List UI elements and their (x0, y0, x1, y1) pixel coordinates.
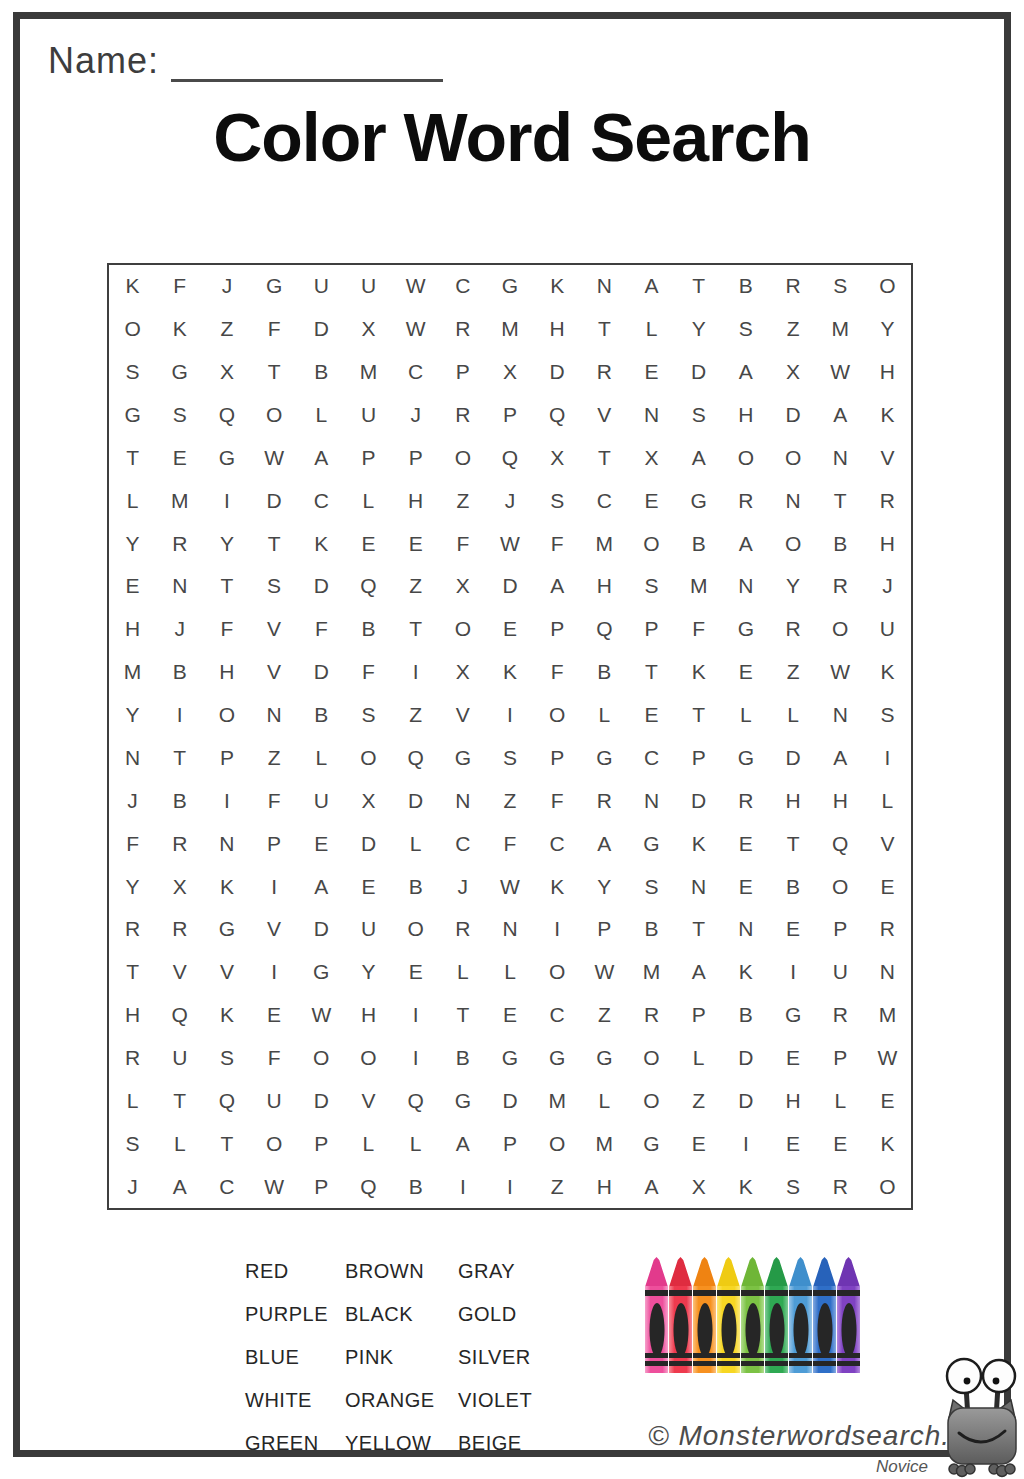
grid-cell-r22c5[interactable]: P (298, 1165, 345, 1208)
grid-cell-r9c13[interactable]: F (675, 608, 722, 651)
grid-cell-r3c4[interactable]: T (251, 351, 298, 394)
grid-cell-r6c16[interactable]: T (817, 479, 864, 522)
grid-cell-r19c4[interactable]: F (251, 1037, 298, 1080)
grid-cell-r6c7[interactable]: H (392, 479, 439, 522)
grid-cell-r18c9[interactable]: E (486, 994, 533, 1037)
grid-cell-r16c11[interactable]: P (581, 908, 628, 951)
grid-cell-r21c15[interactable]: E (769, 1122, 816, 1165)
grid-cell-r10c4[interactable]: V (251, 651, 298, 694)
grid-cell-r22c4[interactable]: W (251, 1165, 298, 1208)
grid-cell-r8c15[interactable]: Y (769, 565, 816, 608)
grid-cell-r16c7[interactable]: O (392, 908, 439, 951)
grid-cell-r11c15[interactable]: L (769, 694, 816, 737)
grid-cell-r21c8[interactable]: A (439, 1122, 486, 1165)
grid-cell-r5c3[interactable]: G (203, 436, 250, 479)
grid-cell-r11c8[interactable]: V (439, 694, 486, 737)
grid-cell-r17c17[interactable]: N (864, 951, 911, 994)
grid-cell-r14c12[interactable]: G (628, 822, 675, 865)
grid-cell-r14c13[interactable]: K (675, 822, 722, 865)
grid-cell-r17c12[interactable]: M (628, 951, 675, 994)
grid-cell-r18c10[interactable]: C (534, 994, 581, 1037)
grid-cell-r5c6[interactable]: P (345, 436, 392, 479)
grid-cell-r18c1[interactable]: H (109, 994, 156, 1037)
grid-cell-r18c8[interactable]: T (439, 994, 486, 1037)
grid-cell-r16c2[interactable]: R (156, 908, 203, 951)
grid-cell-r11c10[interactable]: O (534, 694, 581, 737)
grid-cell-r7c9[interactable]: W (486, 522, 533, 565)
grid-cell-r17c3[interactable]: V (203, 951, 250, 994)
grid-cell-r17c5[interactable]: G (298, 951, 345, 994)
grid-cell-r4c7[interactable]: J (392, 394, 439, 437)
grid-cell-r19c15[interactable]: E (769, 1037, 816, 1080)
grid-cell-r21c9[interactable]: P (486, 1122, 533, 1165)
grid-cell-r3c5[interactable]: B (298, 351, 345, 394)
grid-cell-r19c8[interactable]: B (439, 1037, 486, 1080)
grid-cell-r1c17[interactable]: O (864, 265, 911, 308)
grid-cell-r3c3[interactable]: X (203, 351, 250, 394)
grid-cell-r11c13[interactable]: T (675, 694, 722, 737)
grid-cell-r3c11[interactable]: R (581, 351, 628, 394)
grid-cell-r15c12[interactable]: S (628, 865, 675, 908)
grid-cell-r16c10[interactable]: I (534, 908, 581, 951)
grid-cell-r7c7[interactable]: E (392, 522, 439, 565)
grid-cell-r21c4[interactable]: O (251, 1122, 298, 1165)
grid-cell-r2c9[interactable]: M (486, 308, 533, 351)
grid-cell-r8c14[interactable]: N (722, 565, 769, 608)
grid-cell-r6c17[interactable]: R (864, 479, 911, 522)
grid-cell-r18c17[interactable]: M (864, 994, 911, 1037)
grid-cell-r11c16[interactable]: N (817, 694, 864, 737)
grid-cell-r12c4[interactable]: Z (251, 736, 298, 779)
grid-cell-r7c3[interactable]: Y (203, 522, 250, 565)
grid-cell-r13c2[interactable]: B (156, 779, 203, 822)
grid-cell-r15c3[interactable]: K (203, 865, 250, 908)
grid-cell-r15c1[interactable]: Y (109, 865, 156, 908)
grid-cell-r15c2[interactable]: X (156, 865, 203, 908)
grid-cell-r15c5[interactable]: A (298, 865, 345, 908)
grid-cell-r1c1[interactable]: K (109, 265, 156, 308)
grid-cell-r12c11[interactable]: G (581, 736, 628, 779)
grid-cell-r3c1[interactable]: S (109, 351, 156, 394)
grid-cell-r11c9[interactable]: I (486, 694, 533, 737)
grid-cell-r2c3[interactable]: Z (203, 308, 250, 351)
grid-cell-r20c14[interactable]: D (722, 1079, 769, 1122)
grid-cell-r4c11[interactable]: V (581, 394, 628, 437)
grid-cell-r16c8[interactable]: R (439, 908, 486, 951)
grid-cell-r8c2[interactable]: N (156, 565, 203, 608)
grid-cell-r20c6[interactable]: V (345, 1079, 392, 1122)
grid-cell-r1c7[interactable]: W (392, 265, 439, 308)
grid-cell-r5c4[interactable]: W (251, 436, 298, 479)
grid-cell-r19c2[interactable]: U (156, 1037, 203, 1080)
grid-cell-r6c1[interactable]: L (109, 479, 156, 522)
grid-cell-r4c12[interactable]: N (628, 394, 675, 437)
grid-cell-r20c7[interactable]: Q (392, 1079, 439, 1122)
grid-cell-r14c1[interactable]: F (109, 822, 156, 865)
grid-cell-r19c11[interactable]: G (581, 1037, 628, 1080)
grid-cell-r15c11[interactable]: Y (581, 865, 628, 908)
grid-cell-r17c9[interactable]: L (486, 951, 533, 994)
grid-cell-r13c9[interactable]: Z (486, 779, 533, 822)
grid-cell-r6c4[interactable]: D (251, 479, 298, 522)
grid-cell-r19c3[interactable]: S (203, 1037, 250, 1080)
grid-cell-r2c12[interactable]: L (628, 308, 675, 351)
grid-cell-r4c13[interactable]: S (675, 394, 722, 437)
grid-cell-r14c8[interactable]: C (439, 822, 486, 865)
grid-cell-r19c16[interactable]: P (817, 1037, 864, 1080)
grid-cell-r3c9[interactable]: X (486, 351, 533, 394)
grid-cell-r2c10[interactable]: H (534, 308, 581, 351)
grid-cell-r21c13[interactable]: E (675, 1122, 722, 1165)
grid-cell-r16c6[interactable]: U (345, 908, 392, 951)
grid-cell-r14c17[interactable]: V (864, 822, 911, 865)
grid-cell-r9c16[interactable]: O (817, 608, 864, 651)
grid-cell-r11c14[interactable]: L (722, 694, 769, 737)
grid-cell-r9c10[interactable]: P (534, 608, 581, 651)
grid-cell-r21c6[interactable]: L (345, 1122, 392, 1165)
grid-cell-r10c10[interactable]: F (534, 651, 581, 694)
grid-cell-r8c7[interactable]: Z (392, 565, 439, 608)
grid-cell-r10c13[interactable]: K (675, 651, 722, 694)
grid-cell-r13c1[interactable]: J (109, 779, 156, 822)
grid-cell-r11c17[interactable]: S (864, 694, 911, 737)
grid-cell-r18c7[interactable]: I (392, 994, 439, 1037)
grid-cell-r2c11[interactable]: T (581, 308, 628, 351)
grid-cell-r14c3[interactable]: N (203, 822, 250, 865)
grid-cell-r14c15[interactable]: T (769, 822, 816, 865)
grid-cell-r3c10[interactable]: D (534, 351, 581, 394)
grid-cell-r12c8[interactable]: G (439, 736, 486, 779)
grid-cell-r7c8[interactable]: F (439, 522, 486, 565)
grid-cell-r10c1[interactable]: M (109, 651, 156, 694)
grid-cell-r22c2[interactable]: A (156, 1165, 203, 1208)
grid-cell-r20c13[interactable]: Z (675, 1079, 722, 1122)
grid-cell-r20c17[interactable]: E (864, 1079, 911, 1122)
grid-cell-r9c12[interactable]: P (628, 608, 675, 651)
grid-cell-r20c10[interactable]: M (534, 1079, 581, 1122)
grid-cell-r5c14[interactable]: O (722, 436, 769, 479)
grid-cell-r20c1[interactable]: L (109, 1079, 156, 1122)
grid-cell-r14c2[interactable]: R (156, 822, 203, 865)
grid-cell-r1c10[interactable]: K (534, 265, 581, 308)
grid-cell-r1c11[interactable]: N (581, 265, 628, 308)
grid-cell-r17c16[interactable]: U (817, 951, 864, 994)
grid-cell-r5c2[interactable]: E (156, 436, 203, 479)
grid-cell-r2c14[interactable]: S (722, 308, 769, 351)
grid-cell-r22c17[interactable]: O (864, 1165, 911, 1208)
grid-cell-r1c16[interactable]: S (817, 265, 864, 308)
grid-cell-r4c10[interactable]: Q (534, 394, 581, 437)
grid-cell-r2c13[interactable]: Y (675, 308, 722, 351)
grid-cell-r15c15[interactable]: B (769, 865, 816, 908)
grid-cell-r11c5[interactable]: B (298, 694, 345, 737)
grid-cell-r6c6[interactable]: L (345, 479, 392, 522)
grid-cell-r17c2[interactable]: V (156, 951, 203, 994)
grid-cell-r20c15[interactable]: H (769, 1079, 816, 1122)
grid-cell-r15c7[interactable]: B (392, 865, 439, 908)
grid-cell-r6c11[interactable]: C (581, 479, 628, 522)
grid-cell-r22c15[interactable]: S (769, 1165, 816, 1208)
grid-cell-r9c17[interactable]: U (864, 608, 911, 651)
grid-cell-r5c7[interactable]: P (392, 436, 439, 479)
grid-cell-r4c6[interactable]: U (345, 394, 392, 437)
grid-cell-r6c8[interactable]: Z (439, 479, 486, 522)
grid-cell-r13c15[interactable]: H (769, 779, 816, 822)
grid-cell-r13c17[interactable]: L (864, 779, 911, 822)
grid-cell-r15c8[interactable]: J (439, 865, 486, 908)
grid-cell-r10c14[interactable]: E (722, 651, 769, 694)
grid-cell-r22c16[interactable]: R (817, 1165, 864, 1208)
grid-cell-r3c6[interactable]: M (345, 351, 392, 394)
grid-cell-r18c4[interactable]: E (251, 994, 298, 1037)
grid-cell-r16c15[interactable]: E (769, 908, 816, 951)
grid-cell-r19c13[interactable]: L (675, 1037, 722, 1080)
grid-cell-r2c4[interactable]: F (251, 308, 298, 351)
grid-cell-r17c8[interactable]: L (439, 951, 486, 994)
grid-cell-r14c9[interactable]: F (486, 822, 533, 865)
grid-cell-r20c12[interactable]: O (628, 1079, 675, 1122)
grid-cell-r17c7[interactable]: E (392, 951, 439, 994)
grid-cell-r9c6[interactable]: B (345, 608, 392, 651)
grid-cell-r5c16[interactable]: N (817, 436, 864, 479)
grid-cell-r11c11[interactable]: L (581, 694, 628, 737)
grid-cell-r10c7[interactable]: I (392, 651, 439, 694)
grid-cell-r16c1[interactable]: R (109, 908, 156, 951)
grid-cell-r7c12[interactable]: O (628, 522, 675, 565)
grid-cell-r8c9[interactable]: D (486, 565, 533, 608)
grid-cell-r12c17[interactable]: I (864, 736, 911, 779)
grid-cell-r19c17[interactable]: W (864, 1037, 911, 1080)
grid-cell-r6c10[interactable]: S (534, 479, 581, 522)
grid-cell-r9c1[interactable]: H (109, 608, 156, 651)
grid-cell-r19c6[interactable]: O (345, 1037, 392, 1080)
grid-cell-r10c5[interactable]: D (298, 651, 345, 694)
grid-cell-r3c7[interactable]: C (392, 351, 439, 394)
grid-cell-r21c3[interactable]: T (203, 1122, 250, 1165)
grid-cell-r8c17[interactable]: J (864, 565, 911, 608)
grid-cell-r20c5[interactable]: D (298, 1079, 345, 1122)
name-input-line[interactable] (171, 41, 443, 82)
grid-cell-r14c10[interactable]: C (534, 822, 581, 865)
grid-cell-r8c16[interactable]: R (817, 565, 864, 608)
grid-cell-r16c12[interactable]: B (628, 908, 675, 951)
grid-cell-r3c17[interactable]: H (864, 351, 911, 394)
grid-cell-r7c5[interactable]: K (298, 522, 345, 565)
grid-cell-r8c5[interactable]: D (298, 565, 345, 608)
grid-cell-r5c10[interactable]: X (534, 436, 581, 479)
grid-cell-r19c9[interactable]: G (486, 1037, 533, 1080)
grid-cell-r16c13[interactable]: T (675, 908, 722, 951)
grid-cell-r6c5[interactable]: C (298, 479, 345, 522)
grid-cell-r13c14[interactable]: R (722, 779, 769, 822)
grid-cell-r5c12[interactable]: X (628, 436, 675, 479)
grid-cell-r13c16[interactable]: H (817, 779, 864, 822)
grid-cell-r1c14[interactable]: B (722, 265, 769, 308)
grid-cell-r17c10[interactable]: O (534, 951, 581, 994)
grid-cell-r4c3[interactable]: Q (203, 394, 250, 437)
grid-cell-r5c17[interactable]: V (864, 436, 911, 479)
grid-cell-r7c13[interactable]: B (675, 522, 722, 565)
grid-cell-r1c5[interactable]: U (298, 265, 345, 308)
grid-cell-r22c3[interactable]: C (203, 1165, 250, 1208)
grid-cell-r7c1[interactable]: Y (109, 522, 156, 565)
grid-cell-r10c9[interactable]: K (486, 651, 533, 694)
grid-cell-r11c12[interactable]: E (628, 694, 675, 737)
grid-cell-r5c1[interactable]: T (109, 436, 156, 479)
grid-cell-r16c4[interactable]: V (251, 908, 298, 951)
grid-cell-r17c11[interactable]: W (581, 951, 628, 994)
grid-cell-r17c14[interactable]: K (722, 951, 769, 994)
grid-cell-r12c7[interactable]: Q (392, 736, 439, 779)
grid-cell-r18c2[interactable]: Q (156, 994, 203, 1037)
grid-cell-r1c2[interactable]: F (156, 265, 203, 308)
grid-cell-r8c6[interactable]: Q (345, 565, 392, 608)
grid-cell-r2c15[interactable]: Z (769, 308, 816, 351)
grid-cell-r14c4[interactable]: P (251, 822, 298, 865)
grid-cell-r19c5[interactable]: O (298, 1037, 345, 1080)
grid-cell-r9c5[interactable]: F (298, 608, 345, 651)
grid-cell-r11c3[interactable]: O (203, 694, 250, 737)
grid-cell-r7c17[interactable]: H (864, 522, 911, 565)
grid-cell-r1c9[interactable]: G (486, 265, 533, 308)
grid-cell-r10c17[interactable]: K (864, 651, 911, 694)
grid-cell-r20c16[interactable]: L (817, 1079, 864, 1122)
grid-cell-r1c6[interactable]: U (345, 265, 392, 308)
grid-cell-r20c11[interactable]: L (581, 1079, 628, 1122)
grid-cell-r14c7[interactable]: L (392, 822, 439, 865)
grid-cell-r3c8[interactable]: P (439, 351, 486, 394)
grid-cell-r12c10[interactable]: P (534, 736, 581, 779)
grid-cell-r21c5[interactable]: P (298, 1122, 345, 1165)
grid-cell-r4c17[interactable]: K (864, 394, 911, 437)
grid-cell-r11c7[interactable]: Z (392, 694, 439, 737)
grid-cell-r15c16[interactable]: O (817, 865, 864, 908)
grid-cell-r5c8[interactable]: O (439, 436, 486, 479)
grid-cell-r1c3[interactable]: J (203, 265, 250, 308)
grid-cell-r12c13[interactable]: P (675, 736, 722, 779)
grid-cell-r10c12[interactable]: T (628, 651, 675, 694)
grid-cell-r14c16[interactable]: Q (817, 822, 864, 865)
grid-cell-r9c9[interactable]: E (486, 608, 533, 651)
grid-cell-r16c5[interactable]: D (298, 908, 345, 951)
grid-cell-r15c10[interactable]: K (534, 865, 581, 908)
grid-cell-r3c2[interactable]: G (156, 351, 203, 394)
grid-cell-r16c16[interactable]: P (817, 908, 864, 951)
grid-cell-r19c10[interactable]: G (534, 1037, 581, 1080)
grid-cell-r7c16[interactable]: B (817, 522, 864, 565)
grid-cell-r12c14[interactable]: G (722, 736, 769, 779)
grid-cell-r16c17[interactable]: R (864, 908, 911, 951)
grid-cell-r8c10[interactable]: A (534, 565, 581, 608)
grid-cell-r4c1[interactable]: G (109, 394, 156, 437)
grid-cell-r9c2[interactable]: J (156, 608, 203, 651)
grid-cell-r5c5[interactable]: A (298, 436, 345, 479)
grid-cell-r1c13[interactable]: T (675, 265, 722, 308)
grid-cell-r13c12[interactable]: N (628, 779, 675, 822)
grid-cell-r12c6[interactable]: O (345, 736, 392, 779)
grid-cell-r7c15[interactable]: O (769, 522, 816, 565)
grid-cell-r2c2[interactable]: K (156, 308, 203, 351)
grid-cell-r6c9[interactable]: J (486, 479, 533, 522)
grid-cell-r7c2[interactable]: R (156, 522, 203, 565)
grid-cell-r20c3[interactable]: Q (203, 1079, 250, 1122)
grid-cell-r8c4[interactable]: S (251, 565, 298, 608)
grid-cell-r11c4[interactable]: N (251, 694, 298, 737)
grid-cell-r4c8[interactable]: R (439, 394, 486, 437)
grid-cell-r22c9[interactable]: I (486, 1165, 533, 1208)
grid-cell-r18c16[interactable]: R (817, 994, 864, 1037)
grid-cell-r1c15[interactable]: R (769, 265, 816, 308)
grid-cell-r4c5[interactable]: L (298, 394, 345, 437)
grid-cell-r3c12[interactable]: E (628, 351, 675, 394)
grid-cell-r18c14[interactable]: B (722, 994, 769, 1037)
grid-cell-r13c11[interactable]: R (581, 779, 628, 822)
grid-cell-r21c7[interactable]: L (392, 1122, 439, 1165)
grid-cell-r8c12[interactable]: S (628, 565, 675, 608)
grid-cell-r12c12[interactable]: C (628, 736, 675, 779)
grid-cell-r18c15[interactable]: G (769, 994, 816, 1037)
grid-cell-r9c15[interactable]: R (769, 608, 816, 651)
grid-cell-r13c8[interactable]: N (439, 779, 486, 822)
grid-cell-r21c16[interactable]: E (817, 1122, 864, 1165)
grid-cell-r22c10[interactable]: Z (534, 1165, 581, 1208)
grid-cell-r14c11[interactable]: A (581, 822, 628, 865)
grid-cell-r21c11[interactable]: M (581, 1122, 628, 1165)
grid-cell-r9c8[interactable]: O (439, 608, 486, 651)
grid-cell-r22c13[interactable]: X (675, 1165, 722, 1208)
grid-cell-r9c4[interactable]: V (251, 608, 298, 651)
grid-cell-r15c14[interactable]: E (722, 865, 769, 908)
grid-cell-r4c9[interactable]: P (486, 394, 533, 437)
grid-cell-r14c6[interactable]: D (345, 822, 392, 865)
grid-cell-r15c17[interactable]: E (864, 865, 911, 908)
grid-cell-r21c1[interactable]: S (109, 1122, 156, 1165)
grid-cell-r6c12[interactable]: E (628, 479, 675, 522)
grid-cell-r8c8[interactable]: X (439, 565, 486, 608)
grid-cell-r18c5[interactable]: W (298, 994, 345, 1037)
grid-cell-r10c6[interactable]: F (345, 651, 392, 694)
grid-cell-r13c5[interactable]: U (298, 779, 345, 822)
grid-cell-r12c16[interactable]: A (817, 736, 864, 779)
grid-cell-r18c12[interactable]: R (628, 994, 675, 1037)
grid-cell-r6c3[interactable]: I (203, 479, 250, 522)
grid-cell-r11c1[interactable]: Y (109, 694, 156, 737)
grid-cell-r13c7[interactable]: D (392, 779, 439, 822)
grid-cell-r4c4[interactable]: O (251, 394, 298, 437)
grid-cell-r10c16[interactable]: W (817, 651, 864, 694)
grid-cell-r19c14[interactable]: D (722, 1037, 769, 1080)
grid-cell-r13c6[interactable]: X (345, 779, 392, 822)
grid-cell-r8c13[interactable]: M (675, 565, 722, 608)
grid-cell-r10c3[interactable]: H (203, 651, 250, 694)
grid-cell-r21c10[interactable]: O (534, 1122, 581, 1165)
grid-cell-r2c7[interactable]: W (392, 308, 439, 351)
grid-cell-r20c9[interactable]: D (486, 1079, 533, 1122)
grid-cell-r6c14[interactable]: R (722, 479, 769, 522)
grid-cell-r22c6[interactable]: Q (345, 1165, 392, 1208)
grid-cell-r13c4[interactable]: F (251, 779, 298, 822)
grid-cell-r15c13[interactable]: N (675, 865, 722, 908)
grid-cell-r1c12[interactable]: A (628, 265, 675, 308)
grid-cell-r10c11[interactable]: B (581, 651, 628, 694)
grid-cell-r12c3[interactable]: P (203, 736, 250, 779)
grid-cell-r13c13[interactable]: D (675, 779, 722, 822)
grid-cell-r15c9[interactable]: W (486, 865, 533, 908)
grid-cell-r21c14[interactable]: I (722, 1122, 769, 1165)
grid-cell-r8c3[interactable]: T (203, 565, 250, 608)
grid-cell-r7c6[interactable]: E (345, 522, 392, 565)
grid-cell-r20c8[interactable]: G (439, 1079, 486, 1122)
